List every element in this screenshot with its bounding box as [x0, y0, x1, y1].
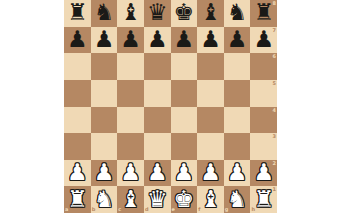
rank-label-8: 8: [273, 1, 276, 6]
square-a4[interactable]: [64, 107, 91, 134]
rank-label-3: 3: [273, 134, 276, 139]
square-g3[interactable]: [224, 133, 251, 160]
square-f2[interactable]: ♟: [197, 160, 224, 187]
square-d5[interactable]: [144, 80, 171, 107]
rank-label-7: 7: [273, 28, 276, 33]
white-bishop[interactable]: ♝: [120, 188, 141, 211]
file-label-f: f: [198, 207, 200, 212]
white-knight[interactable]: ♞: [94, 188, 115, 211]
file-label-g: g: [225, 207, 229, 212]
square-f6[interactable]: [197, 53, 224, 80]
rank-label-1: 1: [273, 187, 276, 192]
square-e6[interactable]: [171, 53, 198, 80]
black-pawn[interactable]: ♟: [94, 28, 115, 51]
square-h2[interactable]: ♟2: [250, 160, 277, 187]
square-g6[interactable]: [224, 53, 251, 80]
square-f3[interactable]: [197, 133, 224, 160]
rank-label-5: 5: [273, 81, 276, 86]
black-pawn[interactable]: ♟: [253, 28, 274, 51]
square-h4[interactable]: 4: [250, 107, 277, 134]
square-a2[interactable]: ♟: [64, 160, 91, 187]
square-f4[interactable]: [197, 107, 224, 134]
square-e3[interactable]: [171, 133, 198, 160]
black-bishop[interactable]: ♝: [200, 1, 221, 24]
square-d8[interactable]: ♛: [144, 0, 171, 27]
square-d4[interactable]: [144, 107, 171, 134]
square-d1[interactable]: ♛d: [144, 186, 171, 213]
square-g1[interactable]: ♞g: [224, 186, 251, 213]
square-c2[interactable]: ♟: [117, 160, 144, 187]
square-b4[interactable]: [91, 107, 118, 134]
black-bishop[interactable]: ♝: [120, 1, 141, 24]
black-pawn[interactable]: ♟: [67, 28, 88, 51]
square-e7[interactable]: ♟: [171, 27, 198, 54]
black-knight[interactable]: ♞: [227, 1, 248, 24]
square-a5[interactable]: [64, 80, 91, 107]
square-f8[interactable]: ♝: [197, 0, 224, 27]
page: ♜♞♝♛♚♝♞♜8♟♟♟♟♟♟♟♟76543♟♟♟♟♟♟♟♟2♜a♞b♝c♛d♚…: [0, 0, 340, 213]
square-b1[interactable]: ♞b: [91, 186, 118, 213]
white-pawn[interactable]: ♟: [94, 161, 115, 184]
black-knight[interactable]: ♞: [94, 1, 115, 24]
square-g4[interactable]: [224, 107, 251, 134]
square-a3[interactable]: [64, 133, 91, 160]
square-c6[interactable]: [117, 53, 144, 80]
chess-board: ♜♞♝♛♚♝♞♜8♟♟♟♟♟♟♟♟76543♟♟♟♟♟♟♟♟2♜a♞b♝c♛d♚…: [64, 0, 277, 213]
rank-label-6: 6: [273, 54, 276, 59]
square-h7[interactable]: ♟7: [250, 27, 277, 54]
square-h6[interactable]: 6: [250, 53, 277, 80]
white-knight[interactable]: ♞: [227, 188, 248, 211]
rank-label-4: 4: [273, 108, 276, 113]
square-g2[interactable]: ♟: [224, 160, 251, 187]
square-g8[interactable]: ♞: [224, 0, 251, 27]
square-d6[interactable]: [144, 53, 171, 80]
square-e4[interactable]: [171, 107, 198, 134]
white-pawn[interactable]: ♟: [147, 161, 168, 184]
black-rook[interactable]: ♜: [253, 1, 274, 24]
white-pawn[interactable]: ♟: [174, 161, 195, 184]
square-h1[interactable]: ♜1h: [250, 186, 277, 213]
black-king[interactable]: ♚: [174, 1, 195, 24]
square-f7[interactable]: ♟: [197, 27, 224, 54]
square-h5[interactable]: 5: [250, 80, 277, 107]
file-label-d: d: [145, 207, 149, 212]
square-c1[interactable]: ♝c: [117, 186, 144, 213]
white-pawn[interactable]: ♟: [67, 161, 88, 184]
white-rook[interactable]: ♜: [67, 188, 88, 211]
square-d2[interactable]: ♟: [144, 160, 171, 187]
black-pawn[interactable]: ♟: [147, 28, 168, 51]
file-label-e: e: [172, 207, 175, 212]
black-pawn[interactable]: ♟: [174, 28, 195, 51]
square-f5[interactable]: [197, 80, 224, 107]
square-a8[interactable]: ♜: [64, 0, 91, 27]
square-d3[interactable]: [144, 133, 171, 160]
square-f1[interactable]: ♝f: [197, 186, 224, 213]
file-label-b: b: [92, 207, 96, 212]
file-label-a: a: [65, 207, 68, 212]
square-b7[interactable]: ♟: [91, 27, 118, 54]
square-c7[interactable]: ♟: [117, 27, 144, 54]
square-b8[interactable]: ♞: [91, 0, 118, 27]
square-b5[interactable]: [91, 80, 118, 107]
black-pawn[interactable]: ♟: [120, 28, 141, 51]
black-rook[interactable]: ♜: [67, 1, 88, 24]
white-rook[interactable]: ♜: [253, 188, 274, 211]
square-h3[interactable]: 3: [250, 133, 277, 160]
white-king[interactable]: ♚: [174, 188, 195, 211]
square-e1[interactable]: ♚e: [171, 186, 198, 213]
white-pawn[interactable]: ♟: [120, 161, 141, 184]
square-c4[interactable]: [117, 107, 144, 134]
square-b3[interactable]: [91, 133, 118, 160]
black-pawn[interactable]: ♟: [227, 28, 248, 51]
square-g7[interactable]: ♟: [224, 27, 251, 54]
square-b6[interactable]: [91, 53, 118, 80]
white-pawn[interactable]: ♟: [253, 161, 274, 184]
square-b2[interactable]: ♟: [91, 160, 118, 187]
square-e8[interactable]: ♚: [171, 0, 198, 27]
rank-label-2: 2: [273, 161, 276, 166]
square-g5[interactable]: [224, 80, 251, 107]
file-label-h: h: [251, 207, 255, 212]
square-c5[interactable]: [117, 80, 144, 107]
white-bishop[interactable]: ♝: [200, 188, 221, 211]
square-e5[interactable]: [171, 80, 198, 107]
square-h8[interactable]: ♜8: [250, 0, 277, 27]
white-queen[interactable]: ♛: [147, 188, 168, 211]
square-d7[interactable]: ♟: [144, 27, 171, 54]
white-pawn[interactable]: ♟: [227, 161, 248, 184]
square-c8[interactable]: ♝: [117, 0, 144, 27]
square-a6[interactable]: [64, 53, 91, 80]
square-a1[interactable]: ♜a: [64, 186, 91, 213]
black-pawn[interactable]: ♟: [200, 28, 221, 51]
white-pawn[interactable]: ♟: [200, 161, 221, 184]
file-label-c: c: [118, 207, 121, 212]
square-e2[interactable]: ♟: [171, 160, 198, 187]
black-queen[interactable]: ♛: [147, 1, 168, 24]
square-c3[interactable]: [117, 133, 144, 160]
square-a7[interactable]: ♟: [64, 27, 91, 54]
